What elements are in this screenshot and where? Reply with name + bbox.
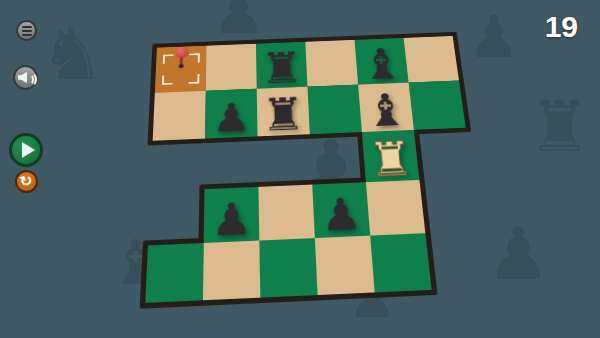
move-counter: 19 [545, 10, 578, 44]
square-c4[interactable] [258, 185, 314, 241]
speaker-icon [18, 71, 33, 84]
square-d2[interactable] [307, 85, 361, 135]
target-bracket [189, 74, 200, 84]
square-e4[interactable] [366, 180, 425, 236]
background-pawn-silhouette: ♟ [486, 218, 551, 290]
square-c5[interactable] [259, 238, 317, 298]
square-e5[interactable] [370, 233, 431, 292]
background-pawn-silhouette: ♟ [468, 8, 520, 66]
target-bracket [163, 54, 174, 63]
target-bracket [162, 75, 173, 85]
square-d4[interactable]: ♟ [312, 182, 370, 238]
square-d1[interactable] [305, 40, 358, 87]
square-b4[interactable]: ♟ [204, 187, 260, 243]
square-e1[interactable]: ♝ [355, 38, 409, 85]
target-bracket [189, 53, 200, 62]
black-rook[interactable]: ♜ [256, 47, 308, 91]
restart-button[interactable]: ↻ [15, 170, 38, 193]
background-knight-silhouette: ♞ [40, 18, 105, 90]
black-pawn[interactable]: ♟ [313, 192, 370, 238]
black-bishop[interactable]: ♝ [355, 43, 409, 87]
square-d5[interactable] [315, 236, 375, 295]
restart-arrow-icon: ↻ [18, 173, 34, 191]
puzzle-board: ♜♝♟♜♝♜♟♟ [145, 36, 488, 303]
square-e2[interactable]: ♝ [358, 83, 414, 132]
map-pin-icon [174, 46, 188, 70]
square-a2[interactable] [153, 91, 206, 141]
square-a1[interactable] [155, 46, 207, 93]
square-b2[interactable]: ♟ [205, 89, 257, 139]
play-triangle-icon [22, 142, 35, 158]
black-bishop[interactable]: ♝ [359, 88, 415, 134]
black-pawn[interactable]: ♟ [204, 197, 260, 243]
hamburger-icon [22, 26, 32, 36]
white-rook[interactable]: ♜ [362, 135, 419, 184]
square-c1[interactable]: ♜ [256, 42, 308, 89]
black-rook[interactable]: ♜ [257, 92, 310, 138]
square-a5[interactable] [145, 243, 203, 303]
menu-button[interactable] [16, 20, 37, 41]
background-pawn-silhouette: ♟ [212, 0, 266, 42]
square-b5[interactable] [203, 241, 260, 301]
background-rook-silhouette: ♜ [528, 92, 591, 162]
sound-button[interactable] [13, 65, 38, 90]
square-c2[interactable]: ♜ [257, 87, 310, 137]
play-button[interactable] [9, 133, 43, 167]
square-b1[interactable] [206, 44, 257, 91]
square-e3[interactable]: ♜ [362, 130, 420, 182]
square-f1[interactable] [404, 36, 459, 83]
square-f2[interactable] [409, 81, 466, 130]
black-pawn[interactable]: ♟ [205, 97, 257, 138]
